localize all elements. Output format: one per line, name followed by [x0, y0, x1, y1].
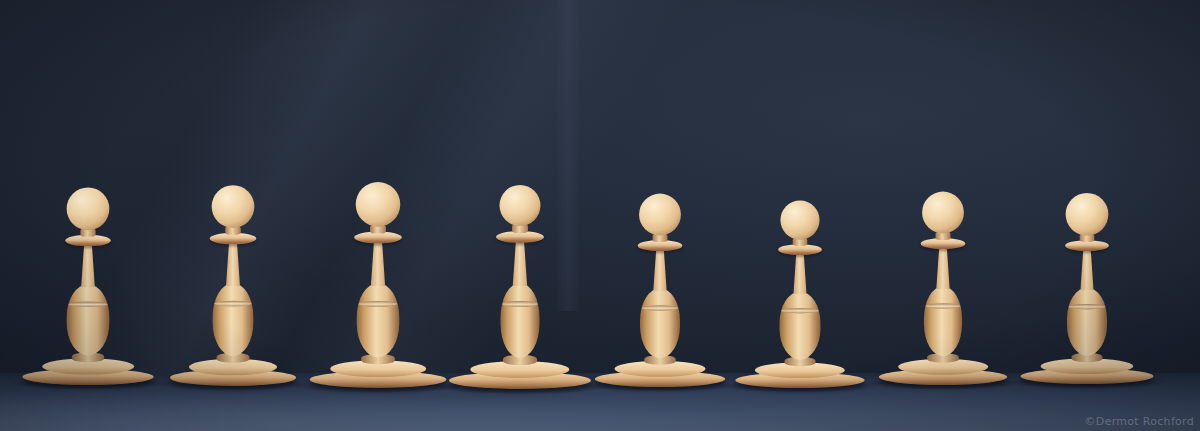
pawn-belly — [67, 284, 110, 355]
pawn-stem — [508, 241, 532, 286]
pawn-stem — [366, 241, 390, 286]
pawn-ball-finial — [499, 185, 540, 226]
white-pawn-3: ♙ white pawn — [299, 175, 457, 388]
pawn-belly-ring — [68, 301, 107, 307]
photo-scene: ♙ white pawn♙ white pawn♙ white pawn♙ wh… — [0, 0, 1200, 431]
pawn-ball-finial — [67, 187, 110, 230]
pawn-belly-ring — [214, 301, 251, 307]
pawn-belly — [500, 283, 539, 358]
pawn-glyph: ♙ white pawn — [727, 192, 728, 193]
pawn-belly-ring — [925, 303, 960, 309]
pawn-stem — [77, 244, 100, 287]
pawn-glyph: ♙ white pawn — [440, 174, 441, 175]
pawn-belly-ring — [358, 301, 397, 307]
pawn-ball-finial — [1066, 193, 1109, 236]
pawn-belly — [640, 288, 680, 358]
pawn-glyph: ♙ white pawn — [1014, 188, 1015, 189]
white-pawn-2: ♙ white pawn — [155, 177, 310, 386]
pawn-belly — [213, 283, 254, 356]
watermark: ©Dermot Rochford — [1085, 415, 1194, 428]
pawn-belly-ring — [1069, 304, 1106, 309]
pawn-glyph: ♙ white pawn — [869, 185, 870, 186]
pawn-belly-ring — [502, 301, 538, 307]
pawn-row: ♙ white pawn♙ white pawn♙ white pawn♙ wh… — [0, 0, 1200, 431]
white-pawn-5: ♙ white pawn — [586, 187, 735, 387]
pawn-belly — [780, 292, 821, 360]
pawn-stem — [1076, 249, 1098, 290]
pawn-glyph: ♙ white pawn — [155, 177, 156, 178]
pawn-ball-finial — [356, 182, 401, 227]
pawn-belly — [924, 286, 962, 356]
pawn-glyph: ♙ white pawn — [12, 181, 13, 182]
pawn-ball-finial — [639, 194, 681, 236]
white-pawn-6: ♙ white pawn — [727, 192, 873, 388]
pawn-glyph: ♙ white pawn — [299, 175, 300, 176]
pawn-stem — [789, 253, 811, 294]
pawn-ball-finial — [922, 192, 964, 234]
pawn-ball-finial — [780, 201, 819, 240]
pawn-belly — [1067, 288, 1107, 356]
pawn-belly-ring — [642, 305, 679, 311]
pawn-belly-ring — [781, 308, 819, 313]
pawn-stem — [932, 247, 954, 289]
pawn-stem — [221, 242, 244, 286]
white-pawn-8: ♙ white pawn — [1014, 188, 1160, 384]
white-pawn-1: ♙ white pawn — [12, 181, 164, 385]
pawn-ball-finial — [212, 185, 255, 228]
pawn-glyph: ♙ white pawn — [586, 187, 587, 188]
pawn-stem — [649, 249, 671, 291]
white-pawn-7: ♙ white pawn — [869, 185, 1018, 385]
white-pawn-4: ♙ white pawn — [440, 174, 600, 389]
pawn-belly — [357, 283, 400, 357]
